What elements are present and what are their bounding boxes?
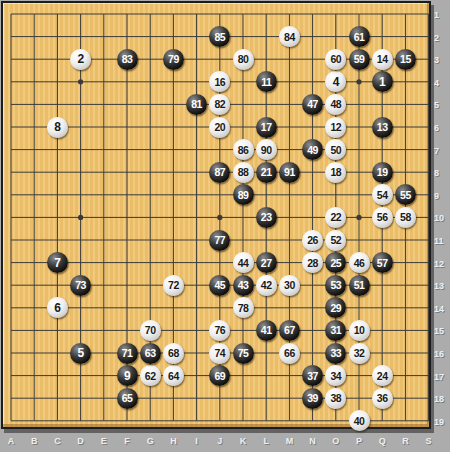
stone-white-38[interactable]: 38 [325,388,346,409]
coord-label-col-D: D [73,436,89,446]
stone-white-68[interactable]: 68 [163,343,184,364]
stone-black-17[interactable]: 17 [256,117,277,138]
stone-white-56[interactable]: 56 [372,207,393,228]
coord-label-col-R: R [397,436,413,446]
stone-black-15[interactable]: 15 [395,49,416,70]
stone-black-87[interactable]: 87 [209,162,230,183]
stone-white-44[interactable]: 44 [233,252,254,273]
coord-label-row-16: 16 [434,349,450,359]
star-point-D10 [78,215,83,220]
coord-label-row-8: 8 [434,168,450,178]
stone-white-24[interactable]: 24 [372,365,393,386]
stone-black-33[interactable]: 33 [325,343,346,364]
coord-label-row-14: 14 [434,304,450,314]
stone-white-26[interactable]: 26 [302,230,323,251]
coord-label-col-I: I [189,436,205,446]
coord-label-row-15: 15 [434,326,450,336]
stone-white-12[interactable]: 12 [325,117,346,138]
star-point-P10 [356,215,361,220]
stone-black-13[interactable]: 13 [372,117,393,138]
stone-white-88[interactable]: 88 [233,162,254,183]
stone-black-41[interactable]: 41 [256,320,277,341]
stone-white-64[interactable]: 64 [163,365,184,386]
stone-black-75[interactable]: 75 [233,343,254,364]
stone-white-86[interactable]: 86 [233,139,254,160]
coord-label-col-P: P [351,436,367,446]
coord-label-col-C: C [49,436,65,446]
stone-white-78[interactable]: 78 [233,297,254,318]
star-point-J10 [217,215,222,220]
go-board-frame: 1245678910111213141516171819202122232425… [0,0,450,452]
stone-white-62[interactable]: 62 [140,365,161,386]
coord-label-row-9: 9 [434,191,450,201]
coord-label-row-17: 17 [434,372,450,382]
stone-black-21[interactable]: 21 [256,162,277,183]
coord-label-col-B: B [26,436,42,446]
coord-label-row-18: 18 [434,394,450,404]
coord-label-col-L: L [258,436,274,446]
stone-white-84[interactable]: 84 [279,26,300,47]
stone-black-47[interactable]: 47 [302,94,323,115]
stone-black-11[interactable]: 11 [256,71,277,92]
stone-white-66[interactable]: 66 [279,343,300,364]
stone-white-14[interactable]: 14 [372,49,393,70]
stone-black-61[interactable]: 61 [349,26,370,47]
coord-label-col-F: F [119,436,135,446]
coord-label-col-S: S [421,436,437,446]
coord-label-col-K: K [235,436,251,446]
coord-label-col-A: A [3,436,19,446]
stone-black-23[interactable]: 23 [256,207,277,228]
stone-white-74[interactable]: 74 [209,343,230,364]
stone-white-36[interactable]: 36 [372,388,393,409]
stone-white-10[interactable]: 10 [349,320,370,341]
star-point-P4 [356,79,361,84]
stone-black-77[interactable]: 77 [209,230,230,251]
stone-black-45[interactable]: 45 [209,275,230,296]
coord-label-col-O: O [328,436,344,446]
coord-label-row-4: 4 [434,78,450,88]
stone-white-18[interactable]: 18 [325,162,346,183]
stone-black-65[interactable]: 65 [117,388,138,409]
stone-white-32[interactable]: 32 [349,343,370,364]
stone-white-90[interactable]: 90 [256,139,277,160]
stone-white-42[interactable]: 42 [256,275,277,296]
stone-black-27[interactable]: 27 [256,252,277,273]
coord-label-row-6: 6 [434,123,450,133]
stone-black-81[interactable]: 81 [186,94,207,115]
coord-label-row-2: 2 [434,33,450,43]
stone-white-60[interactable]: 60 [325,49,346,70]
coord-label-row-12: 12 [434,259,450,269]
stone-white-52[interactable]: 52 [325,230,346,251]
coord-label-row-5: 5 [434,100,450,110]
star-point-D4 [78,79,83,84]
stone-black-89[interactable]: 89 [233,184,254,205]
stone-black-19[interactable]: 19 [372,162,393,183]
stone-white-2[interactable]: 2 [70,49,91,70]
stone-white-72[interactable]: 72 [163,275,184,296]
coord-label-col-E: E [96,436,112,446]
stone-white-46[interactable]: 46 [349,252,370,273]
coord-label-row-11: 11 [434,236,450,246]
stone-black-83[interactable]: 83 [117,49,138,70]
stone-black-43[interactable]: 43 [233,275,254,296]
coord-label-col-M: M [281,436,297,446]
stone-black-51[interactable]: 51 [349,275,370,296]
stone-black-59[interactable]: 59 [349,49,370,70]
stone-black-79[interactable]: 79 [163,49,184,70]
stone-white-58[interactable]: 58 [395,207,416,228]
coord-label-col-N: N [305,436,321,446]
stone-black-53[interactable]: 53 [325,275,346,296]
coord-label-row-19: 19 [434,417,450,427]
coord-label-row-10: 10 [434,213,450,223]
coord-label-col-J: J [212,436,228,446]
stone-white-40[interactable]: 40 [349,410,370,431]
coord-label-row-13: 13 [434,281,450,291]
stone-white-8[interactable]: 8 [47,117,68,138]
stone-black-73[interactable]: 73 [70,275,91,296]
stone-white-70[interactable]: 70 [140,320,161,341]
stone-white-54[interactable]: 54 [372,184,393,205]
stone-black-67[interactable]: 67 [279,320,300,341]
stone-black-71[interactable]: 71 [117,343,138,364]
coord-label-col-G: G [142,436,158,446]
coord-label-row-7: 7 [434,146,450,156]
stone-black-57[interactable]: 57 [372,252,393,273]
stone-black-39[interactable]: 39 [302,388,323,409]
stone-black-7[interactable]: 7 [47,252,68,273]
stone-black-5[interactable]: 5 [70,343,91,364]
coord-label-col-H: H [165,436,181,446]
stone-white-30[interactable]: 30 [279,275,300,296]
stone-black-1[interactable]: 1 [372,71,393,92]
stone-white-80[interactable]: 80 [233,49,254,70]
coord-label-col-Q: Q [374,436,390,446]
coord-label-row-1: 1 [434,10,450,20]
coord-label-row-3: 3 [434,55,450,65]
stone-black-9[interactable]: 9 [117,365,138,386]
stone-white-20[interactable]: 20 [209,117,230,138]
stone-black-91[interactable]: 91 [279,162,300,183]
stone-black-63[interactable]: 63 [140,343,161,364]
